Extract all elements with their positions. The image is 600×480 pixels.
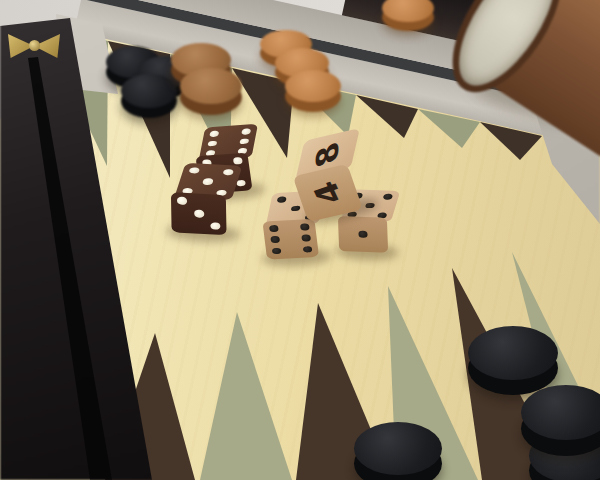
black-checker[interactable] <box>521 385 600 457</box>
copper-checker[interactable] <box>285 70 341 112</box>
die-pip <box>233 158 243 165</box>
die-pip <box>188 167 200 174</box>
die-pip <box>277 196 288 203</box>
die-pip <box>241 128 252 135</box>
copper-checker-on-rail[interactable] <box>382 0 434 32</box>
die-pip <box>383 194 394 200</box>
die-pip <box>239 138 250 145</box>
wood-checker[interactable] <box>180 68 242 116</box>
die-front-face <box>338 216 388 253</box>
die-pip <box>301 235 311 242</box>
black-checker[interactable] <box>354 422 442 480</box>
die-pip <box>211 223 221 231</box>
die-pip <box>269 225 279 232</box>
clasp-knob <box>29 40 40 51</box>
die-front-face <box>262 219 319 259</box>
cube-front-value: 4 <box>305 177 350 210</box>
die-pip <box>300 224 310 231</box>
die-pip <box>209 130 220 137</box>
die-pip <box>271 248 281 255</box>
die-pip <box>222 169 234 176</box>
die-pip <box>303 246 313 253</box>
black-checker[interactable] <box>121 74 177 120</box>
die-pip <box>270 237 280 244</box>
brass-clasp-icon <box>8 28 60 66</box>
die-pip <box>291 205 302 212</box>
backgammon-photo-scene: 8 4 <box>0 0 600 480</box>
die-pip <box>194 210 204 218</box>
die-pip <box>207 140 218 147</box>
die-pip <box>202 178 214 185</box>
die-front-face <box>171 192 227 235</box>
brown-die-front[interactable] <box>170 162 240 235</box>
die-pip <box>358 231 367 238</box>
die-pip <box>177 197 187 205</box>
